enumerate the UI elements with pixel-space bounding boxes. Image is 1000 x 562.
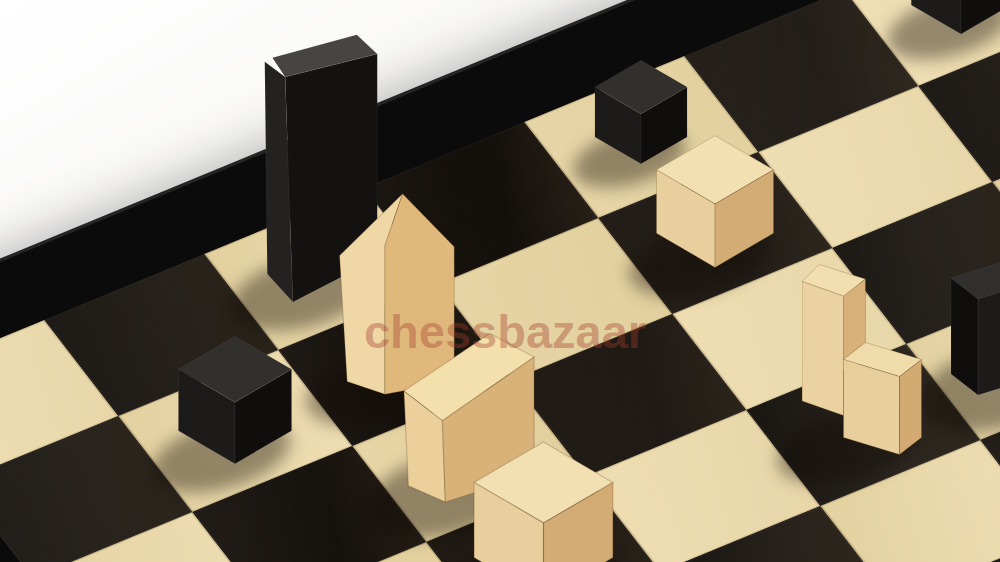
chess-set-product-photo: chessbazaar xyxy=(0,0,1000,562)
white-pawn-piece xyxy=(654,133,776,270)
black-pawn-piece xyxy=(176,334,294,466)
black-pawn-piece xyxy=(909,0,1000,36)
white-pawn-piece xyxy=(471,439,616,562)
black-knight-piece xyxy=(948,158,1000,398)
pieces-layer xyxy=(0,0,1000,562)
white-knight-piece xyxy=(802,262,924,457)
